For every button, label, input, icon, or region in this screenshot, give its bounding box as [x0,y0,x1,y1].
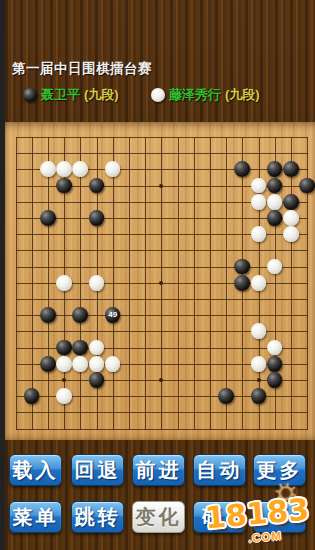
stone-white [251,356,267,372]
stone-black [40,356,56,372]
stone-white [72,356,88,372]
stone-white [267,194,283,210]
stone-black [72,340,88,356]
go-board[interactable]: 49 [5,122,315,440]
stone-black [89,372,105,388]
stone-black [251,388,267,404]
stone-black [267,372,283,388]
grid-line-h [16,315,309,316]
stone-white [105,356,121,372]
forward-button[interactable]: 前进 [132,454,185,486]
white-player-rank: (九段) [225,86,260,104]
stone-black [234,275,250,291]
undo-button[interactable]: 回退 [71,454,124,486]
stone-black [72,307,88,323]
stone-black [283,194,299,210]
stone-black [218,388,234,404]
move-number-label: 49 [108,311,117,319]
star-point [159,378,163,382]
stone-white [251,178,267,194]
stone-black [40,210,56,226]
more-button[interactable]: 更多 [253,454,306,486]
stone-white [56,161,72,177]
star-point [159,281,163,285]
stone-white [89,340,105,356]
stone-white [267,340,283,356]
stone-white [40,161,56,177]
stone-black [234,259,250,275]
grid-line-v [210,137,211,430]
stone-white [105,161,121,177]
white-stone-icon [151,88,165,102]
grid-line-h [16,299,309,300]
stone-white [89,275,105,291]
star-point [159,184,163,188]
stone-white [283,210,299,226]
stone-black [267,161,283,177]
stone-white [56,275,72,291]
white-player-info: 藤泽秀行 (九段) [151,85,260,105]
load-button[interactable]: 载入 [9,454,62,486]
stone-black [283,161,299,177]
stone-white [251,226,267,242]
menu-button[interactable]: 菜单 [9,501,62,533]
stone-black [56,340,72,356]
auto-button[interactable]: 自动 [193,454,246,486]
grid-line-h [16,412,309,413]
stone-white [251,275,267,291]
grid-line-v [291,137,292,430]
covered-button[interactable] [253,501,306,533]
black-stone-icon [23,88,37,102]
stone-white [267,259,283,275]
stone-black [267,178,283,194]
black-player-info: 聂卫平 (九段) [23,85,119,105]
stone-black [56,178,72,194]
grid-line-v [194,137,195,430]
black-player-name: 聂卫平 [41,86,80,104]
grid-line-h [16,429,309,430]
stone-white [72,161,88,177]
stone-white [251,323,267,339]
stone-black [299,178,315,194]
stone-black [40,307,56,323]
player-info-bar: 聂卫平 (九段) 藤泽秀行 (九段) [5,85,315,105]
stone-white [251,194,267,210]
grid-line-v [226,137,227,430]
jump-button[interactable]: 跳转 [71,501,124,533]
white-player-name: 藤泽秀行 [169,86,221,104]
black-player-rank: (九段) [84,86,119,104]
star-point [257,378,261,382]
app-screen: 第一届中日围棋擂台赛 聂卫平 (九段) 藤泽秀行 (九段) 49 载入 回退 前… [5,0,315,550]
stone-black [89,178,105,194]
star-point [62,378,66,382]
study-button[interactable]: 研 [193,501,246,533]
stone-white [56,388,72,404]
stone-black: 49 [105,307,121,323]
stone-white [89,356,105,372]
stone-black [89,210,105,226]
grid-line-v [178,137,179,430]
variation-button[interactable]: 变化 [132,501,185,533]
stone-black [267,210,283,226]
match-title: 第一届中日围棋擂台赛 [12,60,152,78]
stone-black [267,356,283,372]
stone-white [283,226,299,242]
stone-black [234,161,250,177]
stone-black [24,388,40,404]
stone-white [56,356,72,372]
